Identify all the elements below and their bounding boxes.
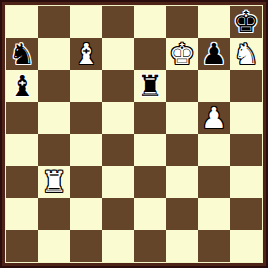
square-f3[interactable] <box>166 166 198 198</box>
square-e5[interactable] <box>134 102 166 134</box>
chess-board[interactable]: ♚♞♝♚♟♞♝♜♟♜ <box>6 6 262 262</box>
square-d5[interactable] <box>102 102 134 134</box>
square-h5[interactable] <box>230 102 262 134</box>
square-f1[interactable] <box>166 230 198 262</box>
white-king[interactable]: ♚ <box>169 38 195 70</box>
square-b6[interactable] <box>38 70 70 102</box>
square-e6[interactable]: ♜ <box>134 70 166 102</box>
square-e3[interactable] <box>134 166 166 198</box>
square-g5[interactable]: ♟ <box>198 102 230 134</box>
square-e1[interactable] <box>134 230 166 262</box>
square-b3[interactable]: ♜ <box>38 166 70 198</box>
square-e7[interactable] <box>134 38 166 70</box>
square-d2[interactable] <box>102 198 134 230</box>
white-pawn[interactable]: ♟ <box>201 102 227 134</box>
square-c1[interactable] <box>70 230 102 262</box>
square-d8[interactable] <box>102 6 134 38</box>
square-h6[interactable] <box>230 70 262 102</box>
square-h4[interactable] <box>230 134 262 166</box>
square-c2[interactable] <box>70 198 102 230</box>
square-h8[interactable]: ♚ <box>230 6 262 38</box>
black-king[interactable]: ♚ <box>233 6 259 38</box>
square-b5[interactable] <box>38 102 70 134</box>
square-a7[interactable]: ♞ <box>6 38 38 70</box>
square-f5[interactable] <box>166 102 198 134</box>
square-a2[interactable] <box>6 198 38 230</box>
square-c5[interactable] <box>70 102 102 134</box>
square-a5[interactable] <box>6 102 38 134</box>
square-g6[interactable] <box>198 70 230 102</box>
square-f6[interactable] <box>166 70 198 102</box>
square-b7[interactable] <box>38 38 70 70</box>
square-b1[interactable] <box>38 230 70 262</box>
square-h2[interactable] <box>230 198 262 230</box>
white-bishop[interactable]: ♝ <box>73 38 99 70</box>
square-g1[interactable] <box>198 230 230 262</box>
square-g3[interactable] <box>198 166 230 198</box>
square-e8[interactable] <box>134 6 166 38</box>
black-rook[interactable]: ♜ <box>137 70 163 102</box>
square-d1[interactable] <box>102 230 134 262</box>
square-g2[interactable] <box>198 198 230 230</box>
white-rook[interactable]: ♜ <box>41 166 67 198</box>
square-a1[interactable] <box>6 230 38 262</box>
square-f7[interactable]: ♚ <box>166 38 198 70</box>
square-h3[interactable] <box>230 166 262 198</box>
square-f4[interactable] <box>166 134 198 166</box>
black-knight[interactable]: ♞ <box>9 38 35 70</box>
square-c3[interactable] <box>70 166 102 198</box>
square-f2[interactable] <box>166 198 198 230</box>
square-a3[interactable] <box>6 166 38 198</box>
square-b8[interactable] <box>38 6 70 38</box>
black-pawn[interactable]: ♟ <box>201 38 227 70</box>
square-d3[interactable] <box>102 166 134 198</box>
board-frame: ♚♞♝♚♟♞♝♜♟♜ <box>0 0 268 268</box>
square-h7[interactable]: ♞ <box>230 38 262 70</box>
white-knight[interactable]: ♞ <box>233 38 259 70</box>
square-d4[interactable] <box>102 134 134 166</box>
square-f8[interactable] <box>166 6 198 38</box>
square-c8[interactable] <box>70 6 102 38</box>
square-g8[interactable] <box>198 6 230 38</box>
square-b2[interactable] <box>38 198 70 230</box>
square-b4[interactable] <box>38 134 70 166</box>
square-d6[interactable] <box>102 70 134 102</box>
square-e2[interactable] <box>134 198 166 230</box>
square-a6[interactable]: ♝ <box>6 70 38 102</box>
square-e4[interactable] <box>134 134 166 166</box>
square-c4[interactable] <box>70 134 102 166</box>
board-inner-border: ♚♞♝♚♟♞♝♜♟♜ <box>5 5 263 263</box>
square-a4[interactable] <box>6 134 38 166</box>
square-g4[interactable] <box>198 134 230 166</box>
square-c7[interactable]: ♝ <box>70 38 102 70</box>
square-a8[interactable] <box>6 6 38 38</box>
square-h1[interactable] <box>230 230 262 262</box>
square-g7[interactable]: ♟ <box>198 38 230 70</box>
black-bishop[interactable]: ♝ <box>9 70 35 102</box>
square-c6[interactable] <box>70 70 102 102</box>
square-d7[interactable] <box>102 38 134 70</box>
